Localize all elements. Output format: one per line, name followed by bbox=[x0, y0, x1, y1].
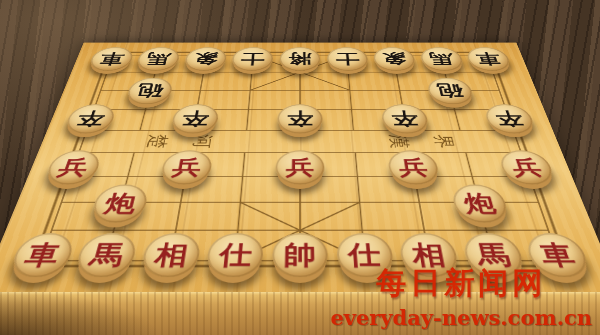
board-cell-g6 bbox=[380, 133, 435, 141]
piece-glyph: 車 bbox=[22, 242, 63, 268]
piece-glyph: 砲 bbox=[435, 83, 464, 99]
board-cell-e1: 帥 bbox=[267, 233, 333, 277]
board-cell-a6 bbox=[55, 133, 112, 141]
piece-red-soldier[interactable]: 兵 bbox=[497, 150, 558, 184]
board-cell-c9 bbox=[178, 71, 228, 78]
piece-glyph: 將 bbox=[288, 52, 312, 66]
board-cell-a8 bbox=[70, 78, 129, 105]
piece-black-cannon[interactable]: 砲 bbox=[125, 78, 175, 105]
board-cell-c10: 象 bbox=[180, 47, 231, 71]
piece-glyph: 炮 bbox=[103, 192, 139, 214]
board-cell-f3 bbox=[329, 184, 392, 222]
board-cell-f4 bbox=[328, 150, 388, 184]
piece-black-soldier[interactable]: 卒 bbox=[62, 104, 117, 133]
piece-red-advisor[interactable]: 仕 bbox=[205, 233, 264, 277]
watermark: 每日新闻网 everyday-news.com.cn bbox=[330, 263, 592, 330]
board-cell-b1: 馬 bbox=[68, 233, 144, 277]
board-cell-b3: 炮 bbox=[85, 184, 155, 222]
board-cell-g2 bbox=[392, 222, 456, 233]
board-cell-i6 bbox=[488, 133, 545, 141]
board-cell-e7: 卒 bbox=[273, 104, 327, 133]
board-cell-b8: 砲 bbox=[121, 78, 178, 105]
board-cell-i9 bbox=[469, 71, 520, 78]
board-cell-e6 bbox=[273, 133, 327, 141]
board-cell-f5 bbox=[327, 142, 382, 151]
board-cell-e10: 將 bbox=[276, 47, 324, 71]
board-cell-h8: 砲 bbox=[422, 78, 479, 105]
piece-black-elephant[interactable]: 象 bbox=[183, 47, 228, 71]
board-cell-c7: 卒 bbox=[166, 104, 223, 133]
board-cell-e2 bbox=[269, 222, 331, 233]
board-cell-g3 bbox=[387, 184, 453, 222]
piece-black-soldier[interactable]: 卒 bbox=[277, 104, 323, 133]
board-cell-c6 bbox=[164, 133, 219, 141]
board-cell-b2 bbox=[82, 222, 147, 233]
board-cell-b10: 馬 bbox=[131, 47, 184, 71]
board-cell-f10: 士 bbox=[323, 47, 372, 71]
piece-black-chariot[interactable]: 車 bbox=[87, 47, 136, 71]
board-cell-b9 bbox=[129, 71, 179, 78]
board-cell-h6 bbox=[434, 133, 490, 141]
piece-glyph: 帥 bbox=[284, 242, 317, 268]
piece-black-advisor[interactable]: 士 bbox=[326, 47, 369, 71]
board-cell-h7 bbox=[428, 104, 488, 133]
board-cell-h10: 馬 bbox=[415, 47, 468, 71]
board-cell-a5 bbox=[52, 142, 110, 151]
board-cell-d8 bbox=[223, 78, 275, 105]
board-cell-b4 bbox=[97, 150, 163, 184]
board-cell-c3 bbox=[146, 184, 212, 222]
xiangqi-photo: 楚 河 漢 界 車馬象士將士象馬車砲砲卒卒卒卒卒兵兵兵兵兵炮炮車馬相仕帥仕相馬車… bbox=[0, 0, 600, 335]
piece-red-general[interactable]: 帥 bbox=[272, 233, 329, 277]
piece-black-elephant[interactable]: 象 bbox=[372, 47, 417, 71]
board-cell-e5 bbox=[272, 142, 327, 151]
board-cell-b6 bbox=[110, 133, 166, 141]
board-cell-g4: 兵 bbox=[383, 150, 446, 184]
board-cell-d6 bbox=[218, 133, 273, 141]
board-cell-i2 bbox=[515, 222, 581, 233]
board-cell-d5 bbox=[217, 142, 272, 151]
piece-glyph: 象 bbox=[193, 52, 219, 66]
board-cell-e4: 兵 bbox=[271, 150, 329, 184]
piece-black-cannon[interactable]: 砲 bbox=[425, 78, 475, 105]
piece-glyph: 士 bbox=[335, 52, 360, 66]
piece-glyph: 砲 bbox=[136, 83, 165, 99]
board-cell-c4: 兵 bbox=[155, 150, 218, 184]
piece-glyph: 馬 bbox=[145, 52, 172, 66]
piece-glyph: 馬 bbox=[428, 52, 455, 66]
board-cell-g10: 象 bbox=[369, 47, 420, 71]
piece-glyph: 兵 bbox=[509, 157, 544, 177]
board-cell-d9 bbox=[227, 71, 276, 78]
board-cell-e3 bbox=[269, 184, 330, 222]
watermark-url: everyday-news.com.cn bbox=[330, 305, 592, 330]
board-cell-i8 bbox=[471, 78, 530, 105]
board-cell-f6 bbox=[327, 133, 382, 141]
board-cell-a7: 卒 bbox=[59, 104, 122, 133]
piece-red-soldier[interactable]: 兵 bbox=[387, 150, 442, 184]
piece-glyph: 兵 bbox=[171, 157, 203, 177]
piece-glyph: 相 bbox=[153, 242, 190, 268]
piece-black-soldier[interactable]: 卒 bbox=[170, 104, 220, 133]
piece-glyph: 仕 bbox=[218, 242, 253, 268]
piece-black-chariot[interactable]: 車 bbox=[465, 47, 514, 71]
piece-glyph: 卒 bbox=[74, 110, 106, 127]
board-cell-d4 bbox=[213, 150, 273, 184]
piece-glyph: 卒 bbox=[180, 110, 209, 127]
piece-glyph: 車 bbox=[474, 52, 503, 66]
piece-red-chariot[interactable]: 車 bbox=[7, 233, 78, 277]
board-cell-g8 bbox=[373, 78, 428, 105]
piece-red-horse[interactable]: 馬 bbox=[73, 233, 140, 277]
piece-black-general[interactable]: 將 bbox=[279, 47, 320, 71]
board-cell-d3 bbox=[208, 184, 271, 222]
piece-glyph: 卒 bbox=[390, 110, 419, 127]
board-cell-g9 bbox=[372, 71, 422, 78]
board-cell-g5 bbox=[382, 142, 438, 151]
board-cell-e9 bbox=[276, 71, 325, 78]
board-cell-i10: 車 bbox=[461, 47, 516, 71]
piece-glyph: 車 bbox=[97, 52, 126, 66]
board-cell-a2 bbox=[19, 222, 85, 233]
board-cell-g7: 卒 bbox=[377, 104, 434, 133]
board-cell-c1: 相 bbox=[134, 233, 206, 277]
piece-black-advisor[interactable]: 士 bbox=[231, 47, 274, 71]
piece-glyph: 象 bbox=[381, 52, 407, 66]
board-cell-a9 bbox=[81, 71, 132, 78]
piece-black-horse[interactable]: 馬 bbox=[418, 47, 465, 71]
board-cell-f8 bbox=[324, 78, 376, 105]
board-cell-h9 bbox=[420, 71, 470, 78]
piece-glyph: 兵 bbox=[397, 157, 429, 177]
board-cell-c8 bbox=[172, 78, 227, 105]
piece-glyph: 兵 bbox=[56, 157, 91, 177]
board-cell-c2 bbox=[144, 222, 208, 233]
piece-glyph: 士 bbox=[240, 52, 265, 66]
piece-black-soldier[interactable]: 卒 bbox=[482, 104, 537, 133]
piece-glyph: 馬 bbox=[87, 242, 126, 268]
watermark-chinese: 每日新闻网 bbox=[330, 263, 592, 304]
board-cell-d7 bbox=[220, 104, 275, 133]
piece-red-soldier[interactable]: 兵 bbox=[43, 150, 104, 184]
board-cell-d10: 士 bbox=[228, 47, 277, 71]
piece-glyph: 炮 bbox=[461, 192, 497, 214]
board-cell-h2 bbox=[454, 222, 519, 233]
board-cell-b7 bbox=[112, 104, 172, 133]
piece-red-elephant[interactable]: 相 bbox=[139, 233, 202, 277]
piece-red-soldier[interactable]: 兵 bbox=[159, 150, 214, 184]
pieces-grid: 車馬象士將士象馬車砲砲卒卒卒卒卒兵兵兵兵兵炮炮車馬相仕帥仕相馬車 bbox=[2, 47, 598, 277]
board-cell-b5 bbox=[107, 142, 164, 151]
piece-red-cannon[interactable]: 炮 bbox=[449, 184, 510, 222]
board-cell-f7 bbox=[326, 104, 381, 133]
piece-glyph: 卒 bbox=[493, 110, 525, 127]
board-cell-f2 bbox=[331, 222, 394, 233]
board-cell-i5 bbox=[490, 142, 548, 151]
piece-glyph: 卒 bbox=[287, 110, 314, 127]
board-cell-c5 bbox=[162, 142, 218, 151]
piece-glyph: 兵 bbox=[286, 157, 315, 177]
board-cell-a10: 車 bbox=[83, 47, 138, 71]
board-cell-d2 bbox=[206, 222, 269, 233]
piece-red-soldier[interactable]: 兵 bbox=[275, 150, 325, 184]
board-cell-d1: 仕 bbox=[201, 233, 269, 277]
piece-red-cannon[interactable]: 炮 bbox=[89, 184, 150, 222]
piece-black-soldier[interactable]: 卒 bbox=[380, 104, 430, 133]
piece-black-horse[interactable]: 馬 bbox=[135, 47, 182, 71]
board-cell-f9 bbox=[324, 71, 373, 78]
board-cell-e8 bbox=[274, 78, 325, 105]
xiangqi-board: 楚 河 漢 界 車馬象士將士象馬車砲砲卒卒卒卒卒兵兵兵兵兵炮炮車馬相仕帥仕相馬車 bbox=[0, 43, 600, 292]
board-cell-a4: 兵 bbox=[39, 150, 108, 184]
board-cell-h5 bbox=[436, 142, 493, 151]
